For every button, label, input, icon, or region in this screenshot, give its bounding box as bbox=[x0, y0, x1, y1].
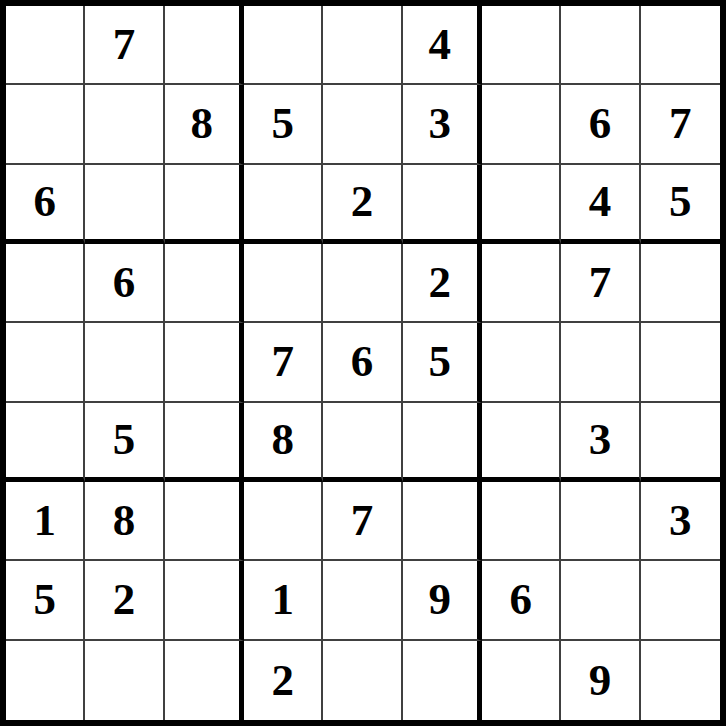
cell-r1c1[interactable] bbox=[6, 6, 85, 85]
cell-r5c2[interactable] bbox=[85, 323, 164, 402]
cell-r3c1[interactable]: 6 bbox=[6, 165, 85, 244]
cell-r2c4[interactable]: 5 bbox=[244, 85, 323, 164]
cell-r3c5[interactable]: 2 bbox=[323, 165, 402, 244]
cell-r7c6[interactable] bbox=[403, 482, 482, 561]
cell-r8c7[interactable]: 6 bbox=[482, 561, 561, 640]
cell-r5c7[interactable] bbox=[482, 323, 561, 402]
cell-r3c9[interactable]: 5 bbox=[641, 165, 720, 244]
cell-r8c3[interactable] bbox=[165, 561, 244, 640]
cell-r1c7[interactable] bbox=[482, 6, 561, 85]
cell-r3c7[interactable] bbox=[482, 165, 561, 244]
cell-r6c3[interactable] bbox=[165, 403, 244, 482]
sudoku-board: 7485367624562776558318735219629 bbox=[0, 0, 726, 726]
cell-r6c5[interactable] bbox=[323, 403, 402, 482]
cell-r9c5[interactable] bbox=[323, 641, 402, 720]
cell-r8c1[interactable]: 5 bbox=[6, 561, 85, 640]
cell-r6c1[interactable] bbox=[6, 403, 85, 482]
cell-r7c5[interactable]: 7 bbox=[323, 482, 402, 561]
cell-r4c5[interactable] bbox=[323, 244, 402, 323]
cell-r5c9[interactable] bbox=[641, 323, 720, 402]
cell-r9c4[interactable]: 2 bbox=[244, 641, 323, 720]
cell-r3c8[interactable]: 4 bbox=[561, 165, 640, 244]
cell-r3c3[interactable] bbox=[165, 165, 244, 244]
cell-r3c6[interactable] bbox=[403, 165, 482, 244]
cell-r5c6[interactable]: 5 bbox=[403, 323, 482, 402]
cell-r9c1[interactable] bbox=[6, 641, 85, 720]
cell-r4c1[interactable] bbox=[6, 244, 85, 323]
cell-r2c5[interactable] bbox=[323, 85, 402, 164]
cell-r5c8[interactable] bbox=[561, 323, 640, 402]
cell-r9c9[interactable] bbox=[641, 641, 720, 720]
cell-r4c2[interactable]: 6 bbox=[85, 244, 164, 323]
cell-r7c9[interactable]: 3 bbox=[641, 482, 720, 561]
cell-r8c4[interactable]: 1 bbox=[244, 561, 323, 640]
cell-r9c3[interactable] bbox=[165, 641, 244, 720]
cell-r4c4[interactable] bbox=[244, 244, 323, 323]
cell-r1c4[interactable] bbox=[244, 6, 323, 85]
cell-r2c1[interactable] bbox=[6, 85, 85, 164]
cell-r9c8[interactable]: 9 bbox=[561, 641, 640, 720]
cell-r8c5[interactable] bbox=[323, 561, 402, 640]
cell-r6c4[interactable]: 8 bbox=[244, 403, 323, 482]
cell-r3c4[interactable] bbox=[244, 165, 323, 244]
cell-r1c9[interactable] bbox=[641, 6, 720, 85]
cell-r9c6[interactable] bbox=[403, 641, 482, 720]
cell-r5c1[interactable] bbox=[6, 323, 85, 402]
cell-r2c6[interactable]: 3 bbox=[403, 85, 482, 164]
cell-r7c8[interactable] bbox=[561, 482, 640, 561]
cell-r8c2[interactable]: 2 bbox=[85, 561, 164, 640]
cell-r6c8[interactable]: 3 bbox=[561, 403, 640, 482]
cell-r5c4[interactable]: 7 bbox=[244, 323, 323, 402]
cell-r6c7[interactable] bbox=[482, 403, 561, 482]
cell-r7c4[interactable] bbox=[244, 482, 323, 561]
cell-r7c7[interactable] bbox=[482, 482, 561, 561]
cell-r5c3[interactable] bbox=[165, 323, 244, 402]
cell-r1c2[interactable]: 7 bbox=[85, 6, 164, 85]
cell-r3c2[interactable] bbox=[85, 165, 164, 244]
cell-r7c1[interactable]: 1 bbox=[6, 482, 85, 561]
cell-r4c6[interactable]: 2 bbox=[403, 244, 482, 323]
cell-r4c7[interactable] bbox=[482, 244, 561, 323]
cell-r6c9[interactable] bbox=[641, 403, 720, 482]
cell-r9c2[interactable] bbox=[85, 641, 164, 720]
cell-r1c3[interactable] bbox=[165, 6, 244, 85]
cell-r4c9[interactable] bbox=[641, 244, 720, 323]
cell-r2c3[interactable]: 8 bbox=[165, 85, 244, 164]
cell-r2c8[interactable]: 6 bbox=[561, 85, 640, 164]
cell-r2c9[interactable]: 7 bbox=[641, 85, 720, 164]
cell-r1c6[interactable]: 4 bbox=[403, 6, 482, 85]
cell-r8c6[interactable]: 9 bbox=[403, 561, 482, 640]
cell-r6c2[interactable]: 5 bbox=[85, 403, 164, 482]
cell-r6c6[interactable] bbox=[403, 403, 482, 482]
cell-r7c2[interactable]: 8 bbox=[85, 482, 164, 561]
cell-r8c9[interactable] bbox=[641, 561, 720, 640]
cell-r2c2[interactable] bbox=[85, 85, 164, 164]
cell-r9c7[interactable] bbox=[482, 641, 561, 720]
cell-r8c8[interactable] bbox=[561, 561, 640, 640]
cell-r4c3[interactable] bbox=[165, 244, 244, 323]
cell-r5c5[interactable]: 6 bbox=[323, 323, 402, 402]
cell-r1c5[interactable] bbox=[323, 6, 402, 85]
cell-r2c7[interactable] bbox=[482, 85, 561, 164]
cell-r4c8[interactable]: 7 bbox=[561, 244, 640, 323]
cell-r7c3[interactable] bbox=[165, 482, 244, 561]
cell-r1c8[interactable] bbox=[561, 6, 640, 85]
